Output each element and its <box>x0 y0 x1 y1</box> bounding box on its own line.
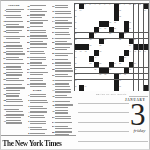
clue-item: 10 <box>52 5 74 10</box>
cell <box>89 9 94 15</box>
cell <box>79 56 84 62</box>
clue-item: 55 <box>27 29 49 34</box>
cell: 46 <box>139 50 144 56</box>
clue-item: 23 <box>3 51 25 56</box>
cell <box>109 9 114 15</box>
cell <box>124 62 129 68</box>
cell: 27 <box>129 27 134 33</box>
cell: 59 <box>109 68 114 74</box>
cell: 42 <box>84 50 89 56</box>
clue-item: 38 <box>52 68 74 73</box>
cell: 50 <box>124 56 129 62</box>
cell <box>129 56 134 62</box>
cell <box>94 85 99 91</box>
clue-item: 50 <box>27 14 49 19</box>
cell <box>94 80 99 86</box>
cell <box>139 15 144 21</box>
cell <box>109 80 114 86</box>
cell <box>99 33 104 39</box>
crossword-grid: 1234567891011121314151617181920212223242… <box>74 3 149 91</box>
cell: 44 <box>129 50 134 56</box>
clue-item: 69 <box>27 83 49 88</box>
clue-item: 31 <box>3 87 25 92</box>
cell <box>139 21 144 27</box>
clue-item: 21 <box>52 31 74 36</box>
clue-item: 52 <box>27 20 49 25</box>
clue-item: 57 <box>52 125 74 130</box>
black-cell <box>114 85 119 91</box>
clue-item: 1 <box>3 9 25 14</box>
clue-item: 6 <box>27 120 49 125</box>
cell: 37 <box>89 44 94 50</box>
clue-item: 12 <box>52 16 74 19</box>
cell <box>134 9 139 15</box>
cell: 26 <box>114 27 119 33</box>
cell <box>89 74 94 80</box>
cell: 5 <box>99 4 104 10</box>
date-block: JANUARY 3 friday <box>104 98 146 133</box>
cell <box>134 21 139 27</box>
cell <box>99 15 104 21</box>
cell <box>129 74 134 80</box>
clue-item: 54 <box>52 121 74 124</box>
cell: 35 <box>119 39 124 45</box>
cell <box>104 62 109 68</box>
clue-item: 45 <box>52 95 74 100</box>
cell: 11 <box>134 4 139 10</box>
cell <box>119 44 124 50</box>
clue-item: 29 <box>3 78 25 83</box>
cell <box>89 80 94 86</box>
cell: 65 <box>124 74 129 80</box>
cell: 56 <box>134 62 139 68</box>
cell: 49 <box>94 56 99 62</box>
cell <box>144 74 149 80</box>
cell <box>79 39 84 45</box>
cell <box>94 39 99 45</box>
cell <box>134 85 139 91</box>
clue-item: 18 <box>3 30 25 35</box>
down-clue-list: 123456789 <box>27 94 49 135</box>
cell <box>109 39 114 45</box>
cell: 47 <box>144 50 149 56</box>
clue-item: 40 <box>52 79 74 82</box>
cell <box>134 74 139 80</box>
cell: 18 <box>119 15 124 21</box>
cell <box>144 62 149 68</box>
cell <box>124 44 129 50</box>
clue-item: 11 <box>52 10 74 15</box>
cell <box>109 56 114 62</box>
clue-item: 22 <box>3 45 25 50</box>
cell <box>84 27 89 33</box>
cell: 3 <box>89 4 94 10</box>
clue-item: 33 <box>3 93 25 98</box>
cell <box>144 21 149 27</box>
cell <box>79 62 84 68</box>
cell: 70 <box>119 85 124 91</box>
across-clue-list-cont: 48495052535556585960636566676869 <box>27 5 49 88</box>
clue-item: 7 <box>27 126 49 131</box>
clue-item: 59 <box>27 47 49 50</box>
clue-item: 35 <box>3 99 25 104</box>
down-clue-list-cont: 1011121416212425303234373839404144454648… <box>52 5 74 135</box>
cell <box>109 74 114 80</box>
cell <box>119 27 124 33</box>
clue-item: 30 <box>3 83 25 86</box>
clue-item: 2 <box>27 99 49 104</box>
cell <box>89 27 94 33</box>
cell <box>124 80 129 86</box>
clue-item: 34 <box>52 58 74 61</box>
cell <box>124 15 129 21</box>
cell <box>79 33 84 39</box>
clue-item: 46 <box>52 100 74 103</box>
clue-item: 4 <box>27 111 49 114</box>
cell <box>129 85 134 91</box>
clue-item: 68 <box>27 77 49 82</box>
cell <box>84 21 89 27</box>
cell <box>104 80 109 86</box>
cell <box>129 9 134 15</box>
clue-item: 58 <box>27 41 49 46</box>
cell <box>139 68 144 74</box>
black-cell <box>114 9 119 15</box>
cell: 9 <box>124 4 129 10</box>
cell <box>139 39 144 45</box>
cell: 36 <box>134 39 139 45</box>
cell <box>79 74 84 80</box>
clue-item: 16 <box>52 26 74 31</box>
clue-item: 26 <box>3 62 25 65</box>
cell <box>104 50 109 56</box>
cell <box>129 33 134 39</box>
black-cell <box>144 85 149 91</box>
cell: 32 <box>75 39 80 45</box>
cell: 30 <box>109 33 114 39</box>
cell: 45 <box>134 50 139 56</box>
cell <box>124 9 129 15</box>
cell <box>114 44 119 50</box>
cell <box>79 27 84 33</box>
cell: 69 <box>84 85 89 91</box>
cell: 6 <box>104 4 109 10</box>
cell: 55 <box>119 62 124 68</box>
clue-item: 27 <box>3 66 25 71</box>
clue-item: 25 <box>52 41 74 46</box>
cell <box>139 56 144 62</box>
cell <box>109 44 114 50</box>
clue-item: 49 <box>52 110 74 115</box>
cell: 58 <box>94 68 99 74</box>
clue-item: 65 <box>27 62 49 67</box>
cell <box>139 74 144 80</box>
clue-item: 66 <box>27 68 49 71</box>
clue-item: 1 <box>27 94 49 99</box>
clue-item: 48 <box>27 5 49 8</box>
cell <box>84 74 89 80</box>
calendar-page: ACROSS 113151718192022232426272829303133… <box>0 0 150 150</box>
cell: 7 <box>109 4 114 10</box>
cell <box>144 39 149 45</box>
black-cell <box>79 85 84 91</box>
cell <box>144 15 149 21</box>
clue-item: 58 <box>52 131 74 135</box>
clue-area-bottom-rule <box>1 135 76 136</box>
cell <box>139 85 144 91</box>
date-day: 3 <box>104 102 146 127</box>
cell <box>139 9 144 15</box>
cell <box>79 21 84 27</box>
clue-item: 47 <box>3 120 25 125</box>
cell <box>139 62 144 68</box>
clue-item: 39 <box>52 74 74 79</box>
cell <box>104 85 109 91</box>
cell <box>84 62 89 68</box>
cell <box>124 39 129 45</box>
cell <box>114 68 119 74</box>
cell <box>119 50 124 56</box>
cell: 10 <box>129 4 134 10</box>
clue-item: 24 <box>52 37 74 40</box>
cell <box>144 68 149 74</box>
cell <box>114 50 119 56</box>
black-cell <box>114 4 119 10</box>
cell <box>79 80 84 86</box>
clue-column-down-3: 1011121416212425303234373839404144454648… <box>52 5 74 135</box>
cell: 53 <box>99 62 104 68</box>
clue-item: 20 <box>3 41 25 44</box>
clue-item: 44 <box>52 89 74 94</box>
cell <box>94 44 99 50</box>
clue-item: 48 <box>52 104 74 109</box>
cell <box>109 85 114 91</box>
cell <box>94 9 99 15</box>
cell <box>99 9 104 15</box>
cell <box>144 80 149 86</box>
clue-item: 51 <box>52 116 74 121</box>
cell <box>119 21 124 27</box>
clue-item: 63 <box>27 56 49 61</box>
cell <box>139 33 144 39</box>
cell: 62 <box>99 74 104 80</box>
clue-column-mixed-2: 48495052535556585960636566676869 DOWN 12… <box>27 5 49 135</box>
cell <box>94 74 99 80</box>
cell: 29 <box>94 33 99 39</box>
cell: 43 <box>99 50 104 56</box>
cell <box>89 68 94 74</box>
clue-item: 5 <box>27 115 49 120</box>
clue-item: 53 <box>27 26 49 29</box>
clue-item: 49 <box>27 8 49 13</box>
nyt-logo: The New York Times <box>3 139 63 148</box>
clue-item: 13 <box>3 14 25 19</box>
clue-item: 56 <box>27 35 49 40</box>
cell <box>114 33 119 39</box>
clue-item: 41 <box>52 83 74 88</box>
cell: 16 <box>144 9 149 15</box>
cell: 14 <box>79 9 84 15</box>
across-clue-list: 1131517181920222324262728293031333536424… <box>3 9 25 125</box>
cell <box>84 56 89 62</box>
cell <box>84 9 89 15</box>
cell <box>89 15 94 21</box>
cell <box>114 39 119 45</box>
clue-item: 43 <box>3 114 25 119</box>
cell <box>99 85 104 91</box>
cell <box>144 27 149 33</box>
cell <box>144 56 149 62</box>
black-cell <box>124 21 129 27</box>
clue-item: 3 <box>27 105 49 110</box>
down-header: DOWN <box>27 90 49 93</box>
clue-item: 24 <box>3 57 25 62</box>
clue-item: 17 <box>3 24 25 29</box>
cell <box>144 33 149 39</box>
across-header: ACROSS <box>3 5 25 8</box>
clue-item: 19 <box>3 35 25 40</box>
clue-item: 67 <box>27 71 49 76</box>
clue-item: 30 <box>52 47 74 52</box>
date-weekday: friday <box>104 128 146 133</box>
cell <box>129 80 134 86</box>
cell: 68 <box>75 85 80 91</box>
cell <box>79 15 84 21</box>
clue-item: 28 <box>3 72 25 77</box>
cell <box>134 27 139 33</box>
cell: 20 <box>109 21 114 27</box>
cell: 60 <box>129 68 134 74</box>
cell <box>134 15 139 21</box>
cell: 34 <box>104 39 109 45</box>
cell <box>84 68 89 74</box>
clue-item: 37 <box>52 62 74 67</box>
cell <box>89 85 94 91</box>
cell: 54 <box>114 62 119 68</box>
clue-item: 14 <box>52 20 74 25</box>
cell: 25 <box>104 27 109 33</box>
cell: 2 <box>84 4 89 10</box>
cell <box>104 56 109 62</box>
cell <box>79 68 84 74</box>
cell <box>134 68 139 74</box>
cell: 52 <box>89 62 94 68</box>
cell <box>94 15 99 21</box>
cell <box>84 15 89 21</box>
cell: 4 <box>94 4 99 10</box>
cell <box>139 27 144 33</box>
cell: 12 <box>139 4 144 10</box>
cell <box>104 44 109 50</box>
cell <box>89 50 94 56</box>
clue-item: 42 <box>3 108 25 113</box>
cell: 41 <box>79 50 84 56</box>
cell <box>94 21 99 27</box>
cell <box>89 21 94 27</box>
cell <box>84 39 89 45</box>
cell: 63 <box>104 74 109 80</box>
clue-item: 36 <box>3 104 25 107</box>
black-cell <box>114 80 119 86</box>
cell <box>109 50 114 56</box>
cell <box>134 80 139 86</box>
cell <box>104 15 109 21</box>
cell <box>139 80 144 86</box>
cell <box>104 9 109 15</box>
cell <box>84 33 89 39</box>
clue-item: 60 <box>27 50 49 55</box>
cell <box>99 80 104 86</box>
black-cell <box>114 74 119 80</box>
clue-item: 32 <box>52 52 74 57</box>
cell: 24 <box>99 27 104 33</box>
notes-line <box>78 141 148 142</box>
clue-item: 15 <box>3 20 25 23</box>
byline: Edited by Will Shortz <box>74 93 149 95</box>
clue-column-across-1: ACROSS 113151718192022232426272829303133… <box>3 5 25 135</box>
cell <box>124 85 129 91</box>
cell: 31 <box>124 33 129 39</box>
